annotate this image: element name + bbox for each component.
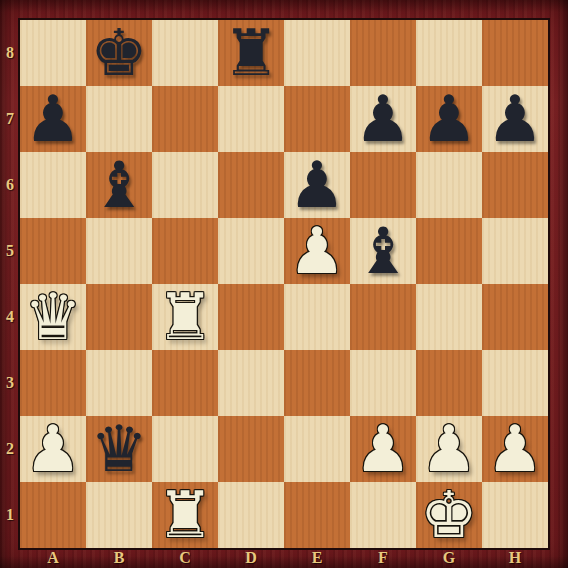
square-g4[interactable] — [416, 284, 482, 350]
white-pawn-f2[interactable]: ♟ — [354, 416, 411, 482]
rank-label-8: 8 — [0, 20, 20, 86]
white-pawn-e5[interactable]: ♟ — [288, 218, 345, 284]
chess-board-frame: ♚♜♟♟♟♟♝♟♟♝♛♜♟♛♟♟♟♜♚ 87654321ABCDEFGH — [0, 0, 568, 568]
square-b3[interactable] — [86, 350, 152, 416]
file-label-f: F — [350, 548, 416, 568]
square-a5[interactable] — [20, 218, 86, 284]
square-e4[interactable] — [284, 284, 350, 350]
white-rook-c1[interactable]: ♜ — [156, 482, 213, 548]
rank-label-3: 3 — [0, 350, 20, 416]
square-h6[interactable] — [482, 152, 548, 218]
square-e7[interactable] — [284, 86, 350, 152]
rank-label-1: 1 — [0, 482, 20, 548]
square-h4[interactable] — [482, 284, 548, 350]
white-pawn-a2[interactable]: ♟ — [24, 416, 81, 482]
chess-board: ♚♜♟♟♟♟♝♟♟♝♛♜♟♛♟♟♟♜♚ — [20, 20, 548, 548]
square-e5[interactable]: ♟ — [284, 218, 350, 284]
white-queen-a4[interactable]: ♛ — [24, 284, 81, 350]
square-e3[interactable] — [284, 350, 350, 416]
square-f5[interactable]: ♝ — [350, 218, 416, 284]
square-a4[interactable]: ♛ — [20, 284, 86, 350]
square-d8[interactable]: ♜ — [218, 20, 284, 86]
square-c2[interactable] — [152, 416, 218, 482]
square-e1[interactable] — [284, 482, 350, 548]
square-a7[interactable]: ♟ — [20, 86, 86, 152]
black-pawn-e6[interactable]: ♟ — [288, 152, 345, 218]
white-pawn-h2[interactable]: ♟ — [486, 416, 543, 482]
square-h3[interactable] — [482, 350, 548, 416]
square-b7[interactable] — [86, 86, 152, 152]
square-d5[interactable] — [218, 218, 284, 284]
square-d2[interactable] — [218, 416, 284, 482]
black-bishop-f5[interactable]: ♝ — [354, 218, 411, 284]
square-f2[interactable]: ♟ — [350, 416, 416, 482]
rank-label-4: 4 — [0, 284, 20, 350]
square-h8[interactable] — [482, 20, 548, 86]
square-h2[interactable]: ♟ — [482, 416, 548, 482]
square-a1[interactable] — [20, 482, 86, 548]
square-a6[interactable] — [20, 152, 86, 218]
rank-label-5: 5 — [0, 218, 20, 284]
square-c1[interactable]: ♜ — [152, 482, 218, 548]
square-h5[interactable] — [482, 218, 548, 284]
square-d7[interactable] — [218, 86, 284, 152]
square-g8[interactable] — [416, 20, 482, 86]
black-rook-d8[interactable]: ♜ — [222, 20, 279, 86]
square-e6[interactable]: ♟ — [284, 152, 350, 218]
square-e2[interactable] — [284, 416, 350, 482]
square-d1[interactable] — [218, 482, 284, 548]
square-f3[interactable] — [350, 350, 416, 416]
square-c7[interactable] — [152, 86, 218, 152]
black-queen-b2[interactable]: ♛ — [90, 416, 147, 482]
square-d6[interactable] — [218, 152, 284, 218]
file-label-e: E — [284, 548, 350, 568]
square-f1[interactable] — [350, 482, 416, 548]
square-b6[interactable]: ♝ — [86, 152, 152, 218]
square-d3[interactable] — [218, 350, 284, 416]
square-f6[interactable] — [350, 152, 416, 218]
square-h1[interactable] — [482, 482, 548, 548]
black-pawn-g7[interactable]: ♟ — [420, 86, 477, 152]
file-label-c: C — [152, 548, 218, 568]
square-a3[interactable] — [20, 350, 86, 416]
rank-label-7: 7 — [0, 86, 20, 152]
black-pawn-f7[interactable]: ♟ — [354, 86, 411, 152]
black-bishop-b6[interactable]: ♝ — [90, 152, 147, 218]
black-pawn-h7[interactable]: ♟ — [486, 86, 543, 152]
square-g3[interactable] — [416, 350, 482, 416]
square-c6[interactable] — [152, 152, 218, 218]
square-b8[interactable]: ♚ — [86, 20, 152, 86]
square-a2[interactable]: ♟ — [20, 416, 86, 482]
square-b2[interactable]: ♛ — [86, 416, 152, 482]
square-g1[interactable]: ♚ — [416, 482, 482, 548]
square-c4[interactable]: ♜ — [152, 284, 218, 350]
square-g2[interactable]: ♟ — [416, 416, 482, 482]
square-c3[interactable] — [152, 350, 218, 416]
square-h7[interactable]: ♟ — [482, 86, 548, 152]
square-a8[interactable] — [20, 20, 86, 86]
black-king-b8[interactable]: ♚ — [90, 20, 147, 86]
square-c5[interactable] — [152, 218, 218, 284]
square-f8[interactable] — [350, 20, 416, 86]
file-label-d: D — [218, 548, 284, 568]
square-b4[interactable] — [86, 284, 152, 350]
white-rook-c4[interactable]: ♜ — [156, 284, 213, 350]
square-e8[interactable] — [284, 20, 350, 86]
square-c8[interactable] — [152, 20, 218, 86]
black-pawn-a7[interactable]: ♟ — [24, 86, 81, 152]
rank-label-2: 2 — [0, 416, 20, 482]
white-pawn-g2[interactable]: ♟ — [420, 416, 477, 482]
square-g5[interactable] — [416, 218, 482, 284]
square-g6[interactable] — [416, 152, 482, 218]
square-f7[interactable]: ♟ — [350, 86, 416, 152]
rank-label-6: 6 — [0, 152, 20, 218]
file-label-a: A — [20, 548, 86, 568]
file-label-b: B — [86, 548, 152, 568]
square-b1[interactable] — [86, 482, 152, 548]
square-f4[interactable] — [350, 284, 416, 350]
square-g7[interactable]: ♟ — [416, 86, 482, 152]
file-label-g: G — [416, 548, 482, 568]
white-king-g1[interactable]: ♚ — [420, 482, 477, 548]
file-label-h: H — [482, 548, 548, 568]
square-d4[interactable] — [218, 284, 284, 350]
square-b5[interactable] — [86, 218, 152, 284]
